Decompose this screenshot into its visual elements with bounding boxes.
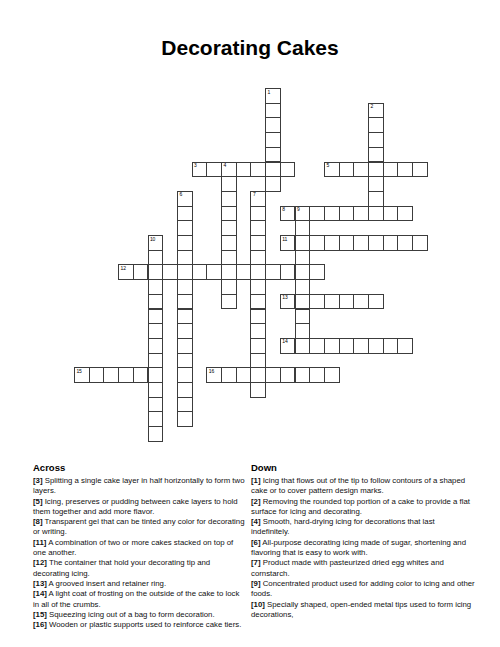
grid-cell[interactable] [221, 176, 237, 192]
grid-cell[interactable] [148, 382, 164, 398]
grid-cell[interactable] [368, 294, 384, 310]
grid-cell[interactable] [324, 206, 340, 222]
grid-cell[interactable] [148, 338, 164, 354]
down-header: Down [251, 463, 475, 473]
grid-cell[interactable] [295, 250, 311, 266]
grid-cell[interactable] [250, 323, 266, 339]
grid-cell[interactable]: 7 [250, 191, 266, 207]
grid-cell[interactable] [177, 264, 193, 280]
grid-cell[interactable] [265, 132, 281, 148]
grid-cell[interactable] [236, 162, 252, 178]
clue-number: 9 [297, 207, 300, 212]
clue-number: 8 [282, 207, 285, 212]
clue-item: [8] Transparent gel that can be tinted a… [33, 517, 247, 538]
grid-cell[interactable] [368, 162, 384, 178]
clue-number: 14 [282, 339, 287, 344]
clue-item: [13] A grooved insert and retainer ring. [33, 579, 247, 589]
grid-cell[interactable] [89, 367, 105, 383]
clue-number: 2 [371, 104, 374, 109]
grid-cell[interactable] [148, 367, 164, 383]
grid-cell[interactable] [397, 206, 413, 222]
across-clues-column: Across [3] Splitting a single cake layer… [33, 463, 247, 630]
grid-cell[interactable] [236, 264, 252, 280]
clue-item: [3] Splitting a single cake layer in hal… [33, 476, 247, 497]
clue-item: [6] All-purpose decorating icing made of… [251, 538, 475, 559]
grid-cell[interactable] [309, 206, 325, 222]
clue-item: [7] Product made with pasteurized dried … [251, 558, 475, 579]
grid-cell[interactable] [309, 235, 325, 251]
grid-cell[interactable] [177, 367, 193, 383]
grid-cell[interactable] [397, 235, 413, 251]
grid-cell[interactable] [295, 220, 311, 236]
grid-cell[interactable] [148, 279, 164, 295]
grid-cell[interactable] [295, 338, 311, 354]
page-title: Decorating Cakes [0, 36, 500, 59]
clue-item: [5] Icing, preserves or pudding between … [33, 497, 247, 518]
clue-number: 11 [282, 237, 287, 242]
grid-cell[interactable] [177, 250, 193, 266]
grid-cell[interactable] [265, 117, 281, 133]
grid-cell[interactable] [280, 367, 296, 383]
grid-cell[interactable] [250, 279, 266, 295]
grid-cell[interactable]: 14 [280, 338, 296, 354]
grid-cell[interactable] [368, 147, 384, 163]
grid-cell[interactable] [383, 235, 399, 251]
grid-cell[interactable] [133, 367, 149, 383]
grid-cell[interactable] [412, 162, 428, 178]
grid-cell[interactable] [177, 294, 193, 310]
grid-cell[interactable] [103, 367, 119, 383]
grid-cell[interactable] [133, 264, 149, 280]
clue-number: 5 [326, 163, 329, 168]
grid-cell[interactable] [324, 235, 340, 251]
grid-cell[interactable] [177, 411, 193, 427]
clue-number: 16 [209, 369, 214, 374]
clue-item: [14] A light coat of frosting on the out… [33, 589, 247, 610]
grid-cell[interactable] [368, 191, 384, 207]
grid-cell[interactable] [250, 264, 266, 280]
crossword-sheet: { "title": "Decorating Cakes", "game": "… [0, 0, 500, 647]
grid-cell[interactable] [177, 397, 193, 413]
grid-cell[interactable] [368, 132, 384, 148]
grid-cell[interactable] [221, 220, 237, 236]
grid-cell[interactable] [295, 323, 311, 339]
grid-cell[interactable]: 13 [280, 294, 296, 310]
grid-cell[interactable]: 9 [295, 206, 311, 222]
grid-cell[interactable] [118, 367, 134, 383]
grid-cell[interactable] [265, 176, 281, 192]
grid-cell[interactable] [324, 294, 340, 310]
grid-cell[interactable] [250, 338, 266, 354]
grid-cell[interactable]: 2 [368, 103, 384, 119]
grid-cell[interactable] [339, 235, 355, 251]
down-clues-column: Down [1] Icing that flows out of the tip… [251, 463, 475, 620]
grid-cell[interactable] [221, 367, 237, 383]
grid-cell[interactable] [221, 206, 237, 222]
grid-cell[interactable] [221, 250, 237, 266]
clue-number: 15 [77, 369, 82, 374]
grid-cell[interactable] [412, 235, 428, 251]
clue-number: 10 [150, 237, 155, 242]
grid-cell[interactable] [353, 235, 369, 251]
grid-cell[interactable] [162, 264, 178, 280]
grid-cell[interactable] [339, 162, 355, 178]
grid-cell[interactable] [148, 397, 164, 413]
grid-cell[interactable] [368, 206, 384, 222]
grid-cell[interactable] [177, 309, 193, 325]
grid-cell[interactable] [236, 367, 252, 383]
grid-cell[interactable] [221, 294, 237, 310]
grid-cell[interactable]: 11 [280, 235, 296, 251]
grid-cell[interactable] [250, 206, 266, 222]
grid-cell[interactable] [295, 294, 311, 310]
grid-cell[interactable] [265, 147, 281, 163]
grid-cell[interactable] [353, 206, 369, 222]
grid-cell[interactable] [397, 338, 413, 354]
grid-cell[interactable]: 3 [192, 162, 208, 178]
grid-cell[interactable] [206, 162, 222, 178]
grid-cell[interactable] [339, 206, 355, 222]
grid-cell[interactable]: 8 [280, 206, 296, 222]
clue-item: [12] The container that hold your decora… [33, 558, 247, 579]
grid-cell[interactable] [192, 264, 208, 280]
clue-number: 3 [194, 163, 197, 168]
grid-cell[interactable] [397, 162, 413, 178]
grid-cell[interactable] [148, 323, 164, 339]
grid-cell[interactable]: 16 [206, 367, 222, 383]
clue-item: [9] Concentrated product used for adding… [251, 579, 475, 600]
grid-cell[interactable] [383, 162, 399, 178]
clue-number: 12 [121, 266, 126, 271]
grid-cell[interactable] [339, 294, 355, 310]
grid-cell[interactable]: 5 [324, 162, 340, 178]
grid-cell[interactable] [250, 250, 266, 266]
clue-item: [1] Icing that flows out of the tip to f… [251, 476, 475, 497]
grid-cell[interactable] [221, 235, 237, 251]
grid-cell[interactable] [309, 264, 325, 280]
clue-number: 7 [253, 192, 256, 197]
grid-cell[interactable] [324, 367, 340, 383]
across-clue-list: [3] Splitting a single cake layer in hal… [33, 476, 247, 630]
grid-cell[interactable] [177, 279, 193, 295]
grid-cell[interactable] [206, 264, 222, 280]
grid-cell[interactable] [148, 294, 164, 310]
grid-cell[interactable] [250, 367, 266, 383]
grid-cell[interactable] [383, 338, 399, 354]
clue-item: [2] Removing the rounded top portion of … [251, 497, 475, 518]
grid-cell[interactable] [368, 235, 384, 251]
grid-cell[interactable] [265, 367, 281, 383]
grid-cell[interactable] [295, 309, 311, 325]
grid-cell[interactable] [148, 250, 164, 266]
grid-cell[interactable] [250, 294, 266, 310]
grid-cell[interactable] [148, 426, 164, 442]
grid-cell[interactable]: 12 [118, 264, 134, 280]
grid-cell[interactable] [148, 353, 164, 369]
grid-cell[interactable] [148, 264, 164, 280]
grid-cell[interactable] [295, 367, 311, 383]
grid-cell[interactable] [295, 235, 311, 251]
grid-cell[interactable] [250, 235, 266, 251]
grid-cell[interactable] [309, 367, 325, 383]
grid-cell[interactable] [148, 411, 164, 427]
grid-cell[interactable] [250, 162, 266, 178]
grid-cell[interactable] [368, 176, 384, 192]
clue-item: [15] Squeezing icing out of a bag to for… [33, 610, 247, 620]
grid-cell[interactable] [353, 162, 369, 178]
grid-cell[interactable]: 1 [265, 88, 281, 104]
across-header: Across [33, 463, 247, 473]
grid-cell[interactable] [177, 323, 193, 339]
grid-cell[interactable] [368, 338, 384, 354]
clue-number: 13 [282, 295, 287, 300]
clue-number: 1 [268, 90, 271, 95]
grid-cell[interactable] [221, 264, 237, 280]
grid-cell[interactable] [177, 382, 193, 398]
grid-cell[interactable] [280, 264, 296, 280]
grid-cell[interactable] [221, 191, 237, 207]
grid-cell[interactable] [250, 382, 266, 398]
grid-cell[interactable] [309, 338, 325, 354]
grid-cell[interactable] [250, 353, 266, 369]
clue-item: [4] Smooth, hard-drying icing for decora… [251, 517, 475, 538]
grid-cell[interactable] [177, 353, 193, 369]
down-clue-list: [1] Icing that flows out of the tip to f… [251, 476, 475, 620]
grid-cell[interactable] [339, 338, 355, 354]
grid-cell[interactable] [295, 279, 311, 295]
grid-cell[interactable] [177, 206, 193, 222]
grid-cell[interactable] [368, 117, 384, 133]
grid-cell[interactable] [177, 235, 193, 251]
grid-cell[interactable] [265, 264, 281, 280]
grid-cell[interactable] [280, 162, 296, 178]
clue-number: 6 [179, 192, 182, 197]
clue-item: [16] Wooden or plastic supports used to … [33, 620, 247, 630]
clue-item: [11] A combination of two or more cakes … [33, 538, 247, 559]
grid-cell[interactable] [148, 309, 164, 325]
grid-cell[interactable] [250, 220, 266, 236]
grid-cell[interactable]: 15 [74, 367, 90, 383]
grid-cell[interactable]: 4 [221, 162, 237, 178]
clue-number: 4 [224, 163, 227, 168]
grid-cell[interactable] [309, 294, 325, 310]
grid-cell[interactable] [353, 294, 369, 310]
crossword-grid: 12345678910111213141516 [74, 88, 428, 442]
grid-cell[interactable] [383, 206, 399, 222]
grid-cell[interactable] [265, 103, 281, 119]
grid-cell[interactable] [324, 338, 340, 354]
grid-cell[interactable] [177, 220, 193, 236]
grid-cell[interactable]: 6 [177, 191, 193, 207]
grid-cell[interactable] [295, 264, 311, 280]
grid-cell[interactable] [265, 162, 281, 178]
clue-item: [10] Specially shaped, open-ended metal … [251, 600, 475, 621]
grid-cell[interactable] [250, 309, 266, 325]
grid-cell[interactable] [221, 279, 237, 295]
grid-cell[interactable] [177, 338, 193, 354]
grid-cell[interactable]: 10 [148, 235, 164, 251]
grid-cell[interactable] [353, 338, 369, 354]
